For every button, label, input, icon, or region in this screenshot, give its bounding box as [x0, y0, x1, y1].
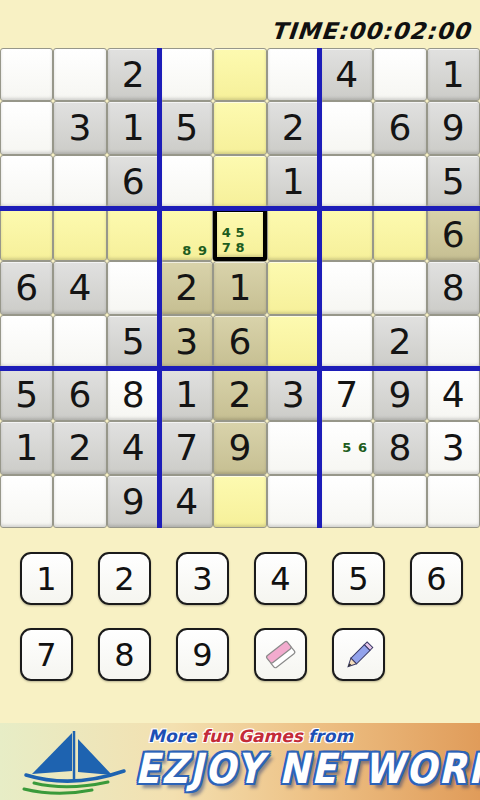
cell-r9c7[interactable]	[320, 475, 373, 528]
cell-r2c2[interactable]: 3	[53, 101, 106, 154]
cell-r4c7[interactable]	[320, 208, 373, 261]
digit-key-5[interactable]: 5	[332, 552, 385, 605]
digit-key-2[interactable]: 2	[98, 552, 151, 605]
tagline-word: More	[148, 726, 197, 746]
cell-r6c3[interactable]: 5	[107, 315, 160, 368]
cell-r1c6[interactable]	[267, 48, 320, 101]
cell-r6c8[interactable]: 2	[373, 315, 426, 368]
cell-r8c8[interactable]: 8	[373, 421, 426, 474]
keypad-row-1: 123456	[20, 552, 463, 605]
cell-r9c9[interactable]	[427, 475, 480, 528]
cell-r3c9[interactable]: 5	[427, 155, 480, 208]
cell-r2c1[interactable]	[0, 101, 53, 154]
cell-r7c9[interactable]: 4	[427, 368, 480, 421]
cell-r6c2[interactable]	[53, 315, 106, 368]
cell-r3c1[interactable]	[0, 155, 53, 208]
cell-r7c4[interactable]: 1	[160, 368, 213, 421]
cell-r3c3[interactable]: 6	[107, 155, 160, 208]
cell-r9c4[interactable]: 4	[160, 475, 213, 528]
cell-r1c4[interactable]	[160, 48, 213, 101]
cell-r9c1[interactable]	[0, 475, 53, 528]
cell-r5c7[interactable]	[320, 261, 373, 314]
pencil-marks-r4c4: 89	[163, 211, 210, 258]
digit-key-3[interactable]: 3	[176, 552, 229, 605]
cell-r3c6[interactable]: 1	[267, 155, 320, 208]
cell-r7c8[interactable]: 9	[373, 368, 426, 421]
cell-r5c8[interactable]	[373, 261, 426, 314]
cell-r1c5[interactable]	[213, 48, 266, 101]
cell-r7c5[interactable]: 2	[213, 368, 266, 421]
cell-r6c5[interactable]: 6	[213, 315, 266, 368]
digit-key-7[interactable]: 7	[20, 628, 73, 681]
cell-r1c2[interactable]	[53, 48, 106, 101]
pencil-button[interactable]	[332, 628, 385, 681]
cell-r6c4[interactable]: 3	[160, 315, 213, 368]
cell-r4c1[interactable]	[0, 208, 53, 261]
cell-r4c8[interactable]	[373, 208, 426, 261]
cell-r2c8[interactable]: 6	[373, 101, 426, 154]
box-divider-vertical-2	[317, 48, 322, 528]
cell-r2c4[interactable]: 5	[160, 101, 213, 154]
cell-r7c2[interactable]: 6	[53, 368, 106, 421]
tagline-word: fun	[202, 726, 234, 746]
digit-key-8[interactable]: 8	[98, 628, 151, 681]
cell-r2c9[interactable]: 9	[427, 101, 480, 154]
digit-key-6[interactable]: 6	[410, 552, 463, 605]
cell-r2c3[interactable]: 1	[107, 101, 160, 154]
cell-r5c4[interactable]: 2	[160, 261, 213, 314]
cell-r1c9[interactable]: 1	[427, 48, 480, 101]
cell-r9c3[interactable]: 9	[107, 475, 160, 528]
cell-r9c5[interactable]	[213, 475, 266, 528]
cell-r5c5[interactable]: 1	[213, 261, 266, 314]
cell-r4c6[interactable]	[267, 208, 320, 261]
cell-r8c9[interactable]: 3	[427, 421, 480, 474]
cell-r1c7[interactable]: 4	[320, 48, 373, 101]
cell-r6c6[interactable]	[267, 315, 320, 368]
ad-banner[interactable]: MorefunGamesfrom EZJOY NETWORK	[0, 723, 480, 800]
cell-r9c6[interactable]	[267, 475, 320, 528]
tagline-word: from	[308, 726, 353, 746]
cell-r4c2[interactable]	[53, 208, 106, 261]
sudoku-board: 2413152696158945786642185362568123794124…	[0, 48, 480, 528]
cell-r2c5[interactable]	[213, 101, 266, 154]
cell-r4c3[interactable]	[107, 208, 160, 261]
cell-r8c2[interactable]: 2	[53, 421, 106, 474]
digit-key-1[interactable]: 1	[20, 552, 73, 605]
cell-r3c2[interactable]	[53, 155, 106, 208]
cell-r1c3[interactable]: 2	[107, 48, 160, 101]
banner-tagline: MorefunGamesfrom	[148, 726, 358, 746]
cell-r5c9[interactable]: 8	[427, 261, 480, 314]
cell-r5c2[interactable]: 4	[53, 261, 106, 314]
cell-r2c6[interactable]: 2	[267, 101, 320, 154]
digit-key-9[interactable]: 9	[176, 628, 229, 681]
sailboat-logo-icon	[12, 727, 142, 800]
cell-r7c1[interactable]: 5	[0, 368, 53, 421]
cell-r8c3[interactable]: 4	[107, 421, 160, 474]
cell-r9c8[interactable]	[373, 475, 426, 528]
keypad-row-2: 789	[20, 628, 385, 681]
cell-r8c6[interactable]	[267, 421, 320, 474]
cell-r5c1[interactable]: 6	[0, 261, 53, 314]
cell-r9c2[interactable]	[53, 475, 106, 528]
eraser-button[interactable]	[254, 628, 307, 681]
cell-r8c1[interactable]: 1	[0, 421, 53, 474]
box-divider-horizontal-2	[0, 366, 480, 371]
cell-r6c9[interactable]	[427, 315, 480, 368]
cell-r7c7[interactable]: 7	[320, 368, 373, 421]
timer: TIME:00:02:00	[269, 18, 471, 44]
cell-r7c3[interactable]: 8	[107, 368, 160, 421]
tagline-word: Games	[238, 726, 303, 746]
cell-r7c6[interactable]: 3	[267, 368, 320, 421]
cell-r3c8[interactable]	[373, 155, 426, 208]
box-divider-horizontal-1	[0, 206, 480, 211]
box-divider-vertical-1	[157, 48, 162, 528]
cell-r3c4[interactable]	[160, 155, 213, 208]
pencil-marks-r8c7: 56	[323, 424, 370, 471]
cell-r2c7[interactable]	[320, 101, 373, 154]
cell-r8c5[interactable]: 9	[213, 421, 266, 474]
cell-r6c1[interactable]	[0, 315, 53, 368]
eraser-icon	[261, 635, 301, 675]
cell-r5c6[interactable]	[267, 261, 320, 314]
cell-r1c1[interactable]	[0, 48, 53, 101]
cell-r4c4[interactable]: 89	[160, 208, 213, 261]
cell-r6c7[interactable]	[320, 315, 373, 368]
pencil-icon	[339, 635, 379, 675]
cell-r8c4[interactable]: 7	[160, 421, 213, 474]
cell-r4c9[interactable]: 6	[427, 208, 480, 261]
cell-r4c5[interactable]: 4578	[213, 208, 266, 261]
cell-r3c7[interactable]	[320, 155, 373, 208]
cell-r1c8[interactable]	[373, 48, 426, 101]
cell-r8c7[interactable]: 56	[320, 421, 373, 474]
pencil-marks-r4c5: 4578	[219, 214, 260, 255]
digit-key-4[interactable]: 4	[254, 552, 307, 605]
cell-r3c5[interactable]	[213, 155, 266, 208]
banner-brand: EZJOY NETWORK	[135, 745, 480, 792]
cell-r5c3[interactable]	[107, 261, 160, 314]
